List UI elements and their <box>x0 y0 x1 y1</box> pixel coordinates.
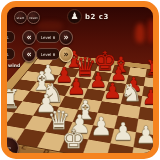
step-forward-button-red[interactable]: » <box>59 47 73 62</box>
reset-button[interactable]: reset <box>27 11 40 24</box>
white-level-badge[interactable]: Level 6 <box>36 31 60 43</box>
white-pawn-icon: ♟ <box>67 9 82 24</box>
step-forward-button-white[interactable]: » <box>59 30 73 45</box>
app-icon-frame: ABCDEFGH12345678 ♝♚♝♜♛♟♟♟♟♝♟♟♟♞♞♟♜♟♝♛♟♟♟… <box>0 0 160 160</box>
3d-scene: ABCDEFGH12345678 ♝♚♝♜♛♟♟♟♟♝♟♟♟♞♞♟♜♟♝♛♟♟♟… <box>7 7 153 153</box>
red-level-badge[interactable]: Level 6 <box>36 48 60 60</box>
hud-overlay: ♟ b2 c3 start reset LL « Level 6 » LL « … <box>7 7 153 153</box>
step-back-button-red[interactable]: « <box>22 47 36 62</box>
start-button[interactable]: start <box>14 11 27 24</box>
step-back-button-white[interactable]: « <box>22 30 36 45</box>
last-move-banner: ♟ b2 c3 <box>67 9 109 24</box>
rewind-label-fragment: wind <box>8 63 20 68</box>
all-moves-button-red[interactable]: LL <box>7 48 15 60</box>
last-move-text: b2 c3 <box>85 13 109 21</box>
chess-app-window: ABCDEFGH12345678 ♝♚♝♜♛♟♟♟♟♝♟♟♟♞♞♟♜♟♝♛♟♟♟… <box>1 1 159 159</box>
rotation-button[interactable]: ion <box>7 137 19 153</box>
all-moves-button-white[interactable]: LL <box>7 31 15 43</box>
